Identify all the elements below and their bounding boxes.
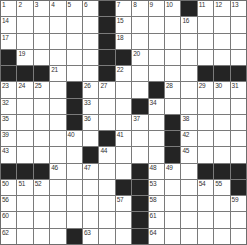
cell-r12c6[interactable] xyxy=(83,180,98,195)
cell-r6c6[interactable]: 26 xyxy=(83,82,98,97)
cell-r1c3[interactable]: 3 xyxy=(34,1,49,16)
cell-r14c12[interactable] xyxy=(181,212,196,227)
black-cell-r6c10 xyxy=(149,82,164,97)
black-cell-r11c14 xyxy=(214,164,229,179)
black-cell-r10c6 xyxy=(83,147,98,162)
cell-r9c4[interactable] xyxy=(50,131,65,146)
cell-r13c5[interactable] xyxy=(67,196,82,211)
cell-r1c13[interactable]: 11 xyxy=(198,1,213,16)
cell-r5c8[interactable]: 22 xyxy=(116,66,131,81)
cell-r4c4[interactable] xyxy=(50,50,65,65)
cell-r2c13[interactable] xyxy=(198,17,213,32)
cell-r1c9[interactable]: 8 xyxy=(132,1,147,16)
cell-r2c12[interactable]: 16 xyxy=(181,17,196,32)
cell-r10c9[interactable] xyxy=(132,147,147,162)
cell-r8c14[interactable] xyxy=(214,115,229,130)
cell-r10c13[interactable] xyxy=(198,147,213,162)
clue-number: 40 xyxy=(68,131,75,138)
cell-r13c3[interactable] xyxy=(34,196,49,211)
cell-r7c2[interactable] xyxy=(17,99,32,114)
black-cell-r1c7 xyxy=(99,1,114,16)
black-cell-r10c11 xyxy=(165,147,180,162)
cell-r7c6[interactable]: 33 xyxy=(83,99,98,114)
cell-r6c3[interactable]: 25 xyxy=(34,82,49,97)
cell-r5c10[interactable] xyxy=(149,66,164,81)
cell-r1c8[interactable]: 7 xyxy=(116,1,131,16)
cell-r6c8[interactable] xyxy=(116,82,131,97)
black-cell-r6c5 xyxy=(67,82,82,97)
cell-r11c7[interactable] xyxy=(99,164,114,179)
clue-number: 3 xyxy=(35,1,38,8)
cell-r11c5[interactable] xyxy=(67,164,82,179)
clue-number: 24 xyxy=(18,82,25,89)
cell-r1c10[interactable]: 9 xyxy=(149,1,164,16)
clue-number: 19 xyxy=(18,50,25,57)
clue-number: 6 xyxy=(84,1,87,8)
clue-number: 26 xyxy=(84,82,91,89)
clue-number: 57 xyxy=(117,196,124,203)
cell-r9c12[interactable]: 42 xyxy=(181,131,196,146)
cell-r14c7[interactable] xyxy=(99,212,114,227)
cell-r6c12[interactable] xyxy=(181,82,196,97)
clue-number: 10 xyxy=(166,1,173,8)
clue-number: 48 xyxy=(150,164,157,171)
cell-r6c2[interactable]: 24 xyxy=(17,82,32,97)
cell-r15c3[interactable] xyxy=(34,229,49,244)
cell-r1c5[interactable]: 5 xyxy=(67,1,82,16)
clue-number: 33 xyxy=(84,99,91,106)
cell-r13c1[interactable]: 56 xyxy=(1,196,16,211)
cell-r9c15[interactable] xyxy=(231,131,246,146)
cell-r3c10[interactable] xyxy=(149,34,164,49)
cell-r13c6[interactable] xyxy=(83,196,98,211)
cell-r13c10[interactable]: 58 xyxy=(149,196,164,211)
cell-r2c10[interactable] xyxy=(149,17,164,32)
cell-r7c11[interactable] xyxy=(165,99,180,114)
cell-r8c7[interactable] xyxy=(99,115,114,130)
cell-r14c13[interactable] xyxy=(198,212,213,227)
cell-r12c1[interactable]: 50 xyxy=(1,180,16,195)
cell-r6c4[interactable] xyxy=(50,82,65,97)
black-cell-r12c8 xyxy=(116,180,131,195)
cell-r5c12[interactable] xyxy=(181,66,196,81)
clue-number: 64 xyxy=(150,229,157,236)
cell-r13c13[interactable] xyxy=(198,196,213,211)
cell-r6c7[interactable]: 27 xyxy=(99,82,114,97)
cell-r15c12[interactable] xyxy=(181,229,196,244)
cell-r5c5[interactable] xyxy=(67,66,82,81)
black-cell-r7c5 xyxy=(67,99,82,114)
clue-number: 52 xyxy=(35,180,42,187)
cell-r4c11[interactable] xyxy=(165,50,180,65)
clue-number: 20 xyxy=(133,50,140,57)
cell-r14c14[interactable] xyxy=(214,212,229,227)
clue-number: 55 xyxy=(215,180,222,187)
clue-number: 23 xyxy=(2,82,9,89)
cell-r12c13[interactable]: 54 xyxy=(198,180,213,195)
cell-r12c5[interactable] xyxy=(67,180,82,195)
cell-r9c1[interactable]: 39 xyxy=(1,131,16,146)
cell-r14c8[interactable] xyxy=(116,212,131,227)
black-cell-r8c11 xyxy=(165,115,180,130)
cell-r9c13[interactable] xyxy=(198,131,213,146)
cell-r4c10[interactable] xyxy=(149,50,164,65)
black-cell-r5c2 xyxy=(17,66,32,81)
cell-r9c14[interactable] xyxy=(214,131,229,146)
cell-r14c3[interactable] xyxy=(34,212,49,227)
cell-r2c11[interactable] xyxy=(165,17,180,32)
cell-r2c5[interactable] xyxy=(67,17,82,32)
cell-r13c12[interactable] xyxy=(181,196,196,211)
cell-r1c11[interactable]: 10 xyxy=(165,1,180,16)
cell-r14c1[interactable]: 60 xyxy=(1,212,16,227)
cell-r6c1[interactable]: 23 xyxy=(1,82,16,97)
cell-r7c13[interactable] xyxy=(198,99,213,114)
clue-number: 45 xyxy=(182,147,189,154)
black-cell-r5c1 xyxy=(1,66,16,81)
clue-number: 14 xyxy=(2,17,9,24)
cell-r14c2[interactable] xyxy=(17,212,32,227)
clue-number: 53 xyxy=(150,180,157,187)
clue-number: 31 xyxy=(232,82,239,89)
cell-r15c6[interactable]: 63 xyxy=(83,229,98,244)
cell-r15c14[interactable] xyxy=(214,229,229,244)
cell-r3c14[interactable] xyxy=(214,34,229,49)
cell-r7c10[interactable]: 34 xyxy=(149,99,164,114)
cell-r8c8[interactable] xyxy=(116,115,131,130)
clue-number: 61 xyxy=(150,212,157,219)
cell-r1c2[interactable]: 2 xyxy=(17,1,32,16)
clue-number: 63 xyxy=(84,229,91,236)
clue-number: 46 xyxy=(51,164,58,171)
clue-number: 43 xyxy=(2,147,9,154)
cell-r14c6[interactable] xyxy=(83,212,98,227)
cell-r13c7[interactable] xyxy=(99,196,114,211)
cell-r1c1[interactable]: 1 xyxy=(1,1,16,16)
cell-r14c5[interactable] xyxy=(67,212,82,227)
cell-r2c4[interactable] xyxy=(50,17,65,32)
cell-r4c2[interactable]: 19 xyxy=(17,50,32,65)
cell-r1c15[interactable]: 13 xyxy=(231,1,246,16)
clue-number: 44 xyxy=(100,147,107,154)
cell-r9c10[interactable] xyxy=(149,131,164,146)
cell-r3c4[interactable] xyxy=(50,34,65,49)
clue-number: 11 xyxy=(199,1,205,8)
cell-r12c2[interactable]: 51 xyxy=(17,180,32,195)
cell-r6c11[interactable]: 28 xyxy=(165,82,180,97)
cell-r13c11[interactable] xyxy=(165,196,180,211)
cell-r2c9[interactable] xyxy=(132,17,147,32)
clue-number: 17 xyxy=(2,34,9,41)
black-cell-r13c9 xyxy=(132,196,147,211)
clue-number: 22 xyxy=(117,66,124,73)
cell-r4c9[interactable]: 20 xyxy=(132,50,147,65)
cell-r8c15[interactable] xyxy=(231,115,246,130)
black-cell-r11c15 xyxy=(231,164,246,179)
cell-r2c14[interactable] xyxy=(214,17,229,32)
cell-r10c4[interactable] xyxy=(50,147,65,162)
cell-r7c8[interactable] xyxy=(116,99,131,114)
cell-r7c14[interactable] xyxy=(214,99,229,114)
clue-number: 13 xyxy=(232,1,239,8)
cell-r6c9[interactable] xyxy=(132,82,147,97)
clue-number: 59 xyxy=(232,196,239,203)
clue-number: 49 xyxy=(166,164,173,171)
cell-r12c12[interactable] xyxy=(181,180,196,195)
cell-r13c4[interactable] xyxy=(50,196,65,211)
cell-r10c2[interactable] xyxy=(17,147,32,162)
cell-r5c6[interactable] xyxy=(83,66,98,81)
black-cell-r4c1 xyxy=(1,50,16,65)
cell-r3c12[interactable] xyxy=(181,34,196,49)
cell-r8c3[interactable] xyxy=(34,115,49,130)
black-cell-r7c9 xyxy=(132,99,147,114)
cell-r3c11[interactable] xyxy=(165,34,180,49)
cell-r7c7[interactable] xyxy=(99,99,114,114)
clue-number: 39 xyxy=(2,131,9,138)
cell-r2c3[interactable] xyxy=(34,17,49,32)
cell-r8c9[interactable]: 37 xyxy=(132,115,147,130)
clue-number: 36 xyxy=(84,115,91,122)
black-cell-r11c1 xyxy=(1,164,16,179)
cell-r10c1[interactable]: 43 xyxy=(1,147,16,162)
cell-r10c8[interactable] xyxy=(116,147,131,162)
cell-r3c15[interactable] xyxy=(231,34,246,49)
cell-r7c12[interactable] xyxy=(181,99,196,114)
cell-r10c10[interactable] xyxy=(149,147,164,162)
cell-r13c2[interactable] xyxy=(17,196,32,211)
cell-r12c14[interactable]: 55 xyxy=(214,180,229,195)
cell-r1c6[interactable]: 6 xyxy=(83,1,98,16)
cell-r3c9[interactable] xyxy=(132,34,147,49)
cell-r14c4[interactable] xyxy=(50,212,65,227)
clue-number: 2 xyxy=(18,1,21,8)
clue-number: 27 xyxy=(100,82,107,89)
cell-r3c6[interactable] xyxy=(83,34,98,49)
clue-number: 5 xyxy=(68,1,71,8)
black-cell-r11c3 xyxy=(34,164,49,179)
cell-r15c15[interactable] xyxy=(231,229,246,244)
black-cell-r9c7 xyxy=(99,131,114,146)
cell-r4c12[interactable] xyxy=(181,50,196,65)
cell-r8c1[interactable]: 35 xyxy=(1,115,16,130)
clue-number: 32 xyxy=(2,99,9,106)
black-cell-r9c11 xyxy=(165,131,180,146)
black-cell-r5c15 xyxy=(231,66,246,81)
cell-r2c8[interactable]: 15 xyxy=(116,17,131,32)
cell-r5c11[interactable] xyxy=(165,66,180,81)
cell-r15c7[interactable] xyxy=(99,229,114,244)
cell-r7c4[interactable] xyxy=(50,99,65,114)
clue-number: 41 xyxy=(117,131,124,138)
black-cell-r4c8 xyxy=(116,50,131,65)
clue-number: 7 xyxy=(117,1,120,8)
black-cell-r15c5 xyxy=(67,229,82,244)
cell-r8c6[interactable]: 36 xyxy=(83,115,98,130)
cell-r3c2[interactable] xyxy=(17,34,32,49)
clue-number: 47 xyxy=(84,164,91,171)
black-cell-r12c15 xyxy=(231,180,246,195)
clue-number: 50 xyxy=(2,180,9,187)
cell-r10c12[interactable]: 45 xyxy=(181,147,196,162)
cell-r6c13[interactable]: 29 xyxy=(198,82,213,97)
cell-r13c14[interactable] xyxy=(214,196,229,211)
cell-r11c10[interactable]: 48 xyxy=(149,164,164,179)
cell-r10c15[interactable] xyxy=(231,147,246,162)
cell-r13c15[interactable]: 59 xyxy=(231,196,246,211)
cell-r14c15[interactable] xyxy=(231,212,246,227)
cell-r15c1[interactable]: 62 xyxy=(1,229,16,244)
black-cell-r14c9 xyxy=(132,212,147,227)
cell-r9c2[interactable] xyxy=(17,131,32,146)
cell-r4c5[interactable] xyxy=(67,50,82,65)
cell-r12c3[interactable]: 52 xyxy=(34,180,49,195)
cell-r4c13[interactable] xyxy=(198,50,213,65)
cell-r14c11[interactable] xyxy=(165,212,180,227)
black-cell-r2c7 xyxy=(99,17,114,32)
cell-r5c9[interactable] xyxy=(132,66,147,81)
cell-r15c8[interactable] xyxy=(116,229,131,244)
cell-r11c12[interactable] xyxy=(181,164,196,179)
crossword-grid: 1234567891011121314151617181920212223242… xyxy=(0,0,247,245)
clue-number: 37 xyxy=(133,115,140,122)
black-cell-r1c12 xyxy=(181,1,196,16)
cell-r5c4[interactable]: 21 xyxy=(50,66,65,81)
black-cell-r12c9 xyxy=(132,180,147,195)
black-cell-r5c3 xyxy=(34,66,49,81)
cell-r2c6[interactable] xyxy=(83,17,98,32)
clue-number: 51 xyxy=(18,180,25,187)
cell-r8c4[interactable] xyxy=(50,115,65,130)
clue-number: 9 xyxy=(150,1,153,8)
clue-number: 28 xyxy=(166,82,173,89)
cell-r12c7[interactable] xyxy=(99,180,114,195)
clue-number: 54 xyxy=(199,180,206,187)
black-cell-r8c5 xyxy=(67,115,82,130)
cell-r8c12[interactable]: 38 xyxy=(181,115,196,130)
cell-r3c5[interactable] xyxy=(67,34,82,49)
cell-r9c3[interactable] xyxy=(34,131,49,146)
clue-number: 4 xyxy=(51,1,54,8)
black-cell-r4c7 xyxy=(99,50,114,65)
cell-r1c14[interactable]: 12 xyxy=(214,1,229,16)
cell-r4c15[interactable] xyxy=(231,50,246,65)
cell-r3c8[interactable]: 18 xyxy=(116,34,131,49)
clue-number: 21 xyxy=(51,66,58,73)
cell-r7c1[interactable]: 32 xyxy=(1,99,16,114)
clue-number: 12 xyxy=(215,1,222,8)
cell-r11c6[interactable]: 47 xyxy=(83,164,98,179)
clue-number: 38 xyxy=(182,115,189,122)
black-cell-r5c13 xyxy=(198,66,213,81)
cell-r8c13[interactable] xyxy=(198,115,213,130)
cell-r13c8[interactable]: 57 xyxy=(116,196,131,211)
cell-r4c14[interactable] xyxy=(214,50,229,65)
cell-r3c13[interactable] xyxy=(198,34,213,49)
clue-number: 62 xyxy=(2,229,9,236)
cell-r2c1[interactable]: 14 xyxy=(1,17,16,32)
black-cell-r11c13 xyxy=(198,164,213,179)
clue-number: 56 xyxy=(2,196,9,203)
cell-r15c11[interactable] xyxy=(165,229,180,244)
clue-number: 25 xyxy=(35,82,42,89)
cell-r12c11[interactable] xyxy=(165,180,180,195)
black-cell-r11c9 xyxy=(132,164,147,179)
cell-r6c14[interactable]: 30 xyxy=(214,82,229,97)
cell-r7c3[interactable] xyxy=(34,99,49,114)
cell-r2c2[interactable] xyxy=(17,17,32,32)
black-cell-r15c9 xyxy=(132,229,147,244)
cell-r9c9[interactable] xyxy=(132,131,147,146)
clue-number: 42 xyxy=(182,131,189,138)
clue-number: 60 xyxy=(2,212,9,219)
cell-r15c13[interactable] xyxy=(198,229,213,244)
cell-r4c6[interactable] xyxy=(83,50,98,65)
clue-number: 8 xyxy=(133,1,136,8)
cell-r11c4[interactable]: 46 xyxy=(50,164,65,179)
black-cell-r3c7 xyxy=(99,34,114,49)
black-cell-r5c7 xyxy=(99,66,114,81)
clue-number: 18 xyxy=(117,34,124,41)
cell-r3c3[interactable] xyxy=(34,34,49,49)
cell-r10c5[interactable] xyxy=(67,147,82,162)
cell-r10c3[interactable] xyxy=(34,147,49,162)
cell-r4c3[interactable] xyxy=(34,50,49,65)
cell-r8c2[interactable] xyxy=(17,115,32,130)
cell-r12c10[interactable]: 53 xyxy=(149,180,164,195)
cell-r15c4[interactable] xyxy=(50,229,65,244)
cell-r1c4[interactable]: 4 xyxy=(50,1,65,16)
cell-r7c15[interactable] xyxy=(231,99,246,114)
cell-r2c15[interactable] xyxy=(231,17,246,32)
cell-r11c8[interactable] xyxy=(116,164,131,179)
clue-number: 58 xyxy=(150,196,157,203)
clue-number: 16 xyxy=(182,17,189,24)
clue-number: 30 xyxy=(215,82,222,89)
clue-number: 1 xyxy=(2,1,5,8)
cell-r14c10[interactable]: 61 xyxy=(149,212,164,227)
cell-r15c10[interactable]: 64 xyxy=(149,229,164,244)
cell-r3c1[interactable]: 17 xyxy=(1,34,16,49)
black-cell-r11c2 xyxy=(17,164,32,179)
cell-r12c4[interactable] xyxy=(50,180,65,195)
cell-r9c5[interactable]: 40 xyxy=(67,131,82,146)
clue-number: 34 xyxy=(150,99,157,106)
cell-r8c10[interactable] xyxy=(149,115,164,130)
clue-number: 35 xyxy=(2,115,9,122)
cell-r10c7[interactable]: 44 xyxy=(99,147,114,162)
cell-r15c2[interactable] xyxy=(17,229,32,244)
cell-r10c14[interactable] xyxy=(214,147,229,162)
cell-r9c6[interactable] xyxy=(83,131,98,146)
clue-number: 29 xyxy=(199,82,206,89)
cell-r11c11[interactable]: 49 xyxy=(165,164,180,179)
black-cell-r5c14 xyxy=(214,66,229,81)
cell-r6c15[interactable]: 31 xyxy=(231,82,246,97)
cell-r9c8[interactable]: 41 xyxy=(116,131,131,146)
clue-number: 15 xyxy=(117,17,124,24)
